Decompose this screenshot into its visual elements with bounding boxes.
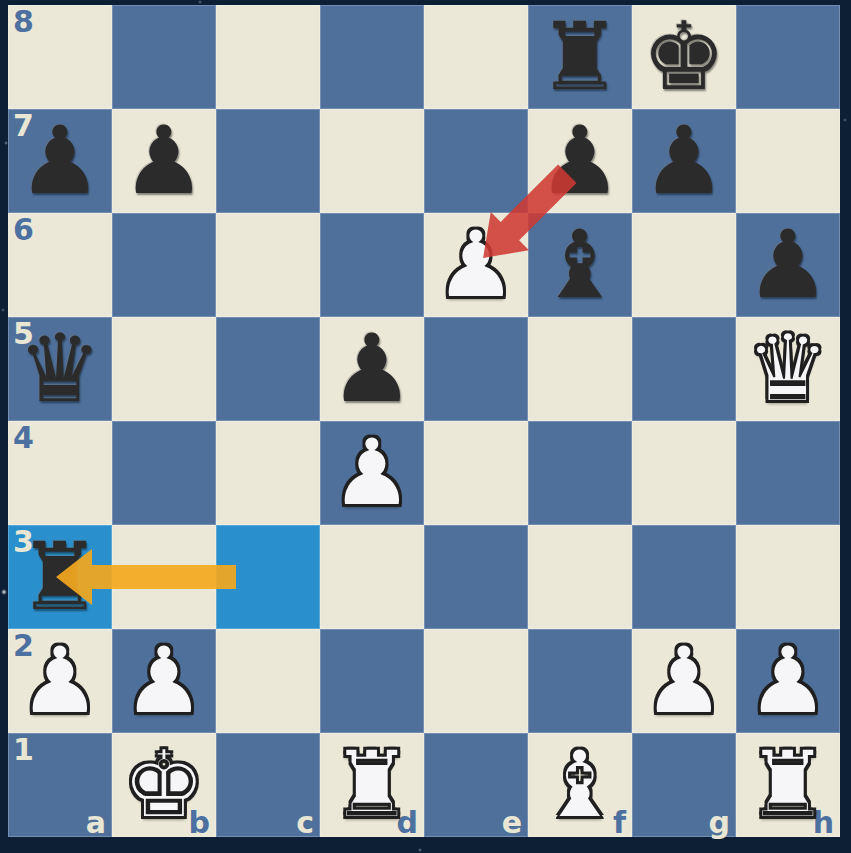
piece-black-pawn-h6[interactable]: ♟ [736,213,840,317]
square-a3[interactable]: 3♜ [8,525,112,629]
square-a7[interactable]: 7♟ [8,109,112,213]
square-e4[interactable] [424,421,528,525]
piece-white-pawn-h2[interactable]: ♟ [736,629,840,733]
square-d3[interactable] [320,525,424,629]
square-f4[interactable] [528,421,632,525]
square-e3[interactable] [424,525,528,629]
square-c3[interactable] [216,525,320,629]
square-g6[interactable] [632,213,736,317]
square-e1[interactable]: e [424,733,528,837]
square-a4[interactable]: 4 [8,421,112,525]
square-b8[interactable] [112,5,216,109]
square-c2[interactable] [216,629,320,733]
rank-label-1: 1 [13,733,34,768]
square-h8[interactable] [736,5,840,109]
square-e7[interactable] [424,109,528,213]
square-g3[interactable] [632,525,736,629]
piece-black-pawn-g7[interactable]: ♟ [632,109,736,213]
square-f3[interactable] [528,525,632,629]
square-c1[interactable]: c [216,733,320,837]
square-c8[interactable] [216,5,320,109]
square-e5[interactable] [424,317,528,421]
piece-black-rook-f8[interactable]: ♜ [528,5,632,109]
square-b7[interactable]: ♟ [112,109,216,213]
square-h6[interactable]: ♟ [736,213,840,317]
piece-black-pawn-d5[interactable]: ♟ [320,317,424,421]
square-h4[interactable] [736,421,840,525]
square-e6[interactable]: ♟ [424,213,528,317]
square-d7[interactable] [320,109,424,213]
square-b5[interactable] [112,317,216,421]
square-e2[interactable] [424,629,528,733]
square-h3[interactable] [736,525,840,629]
square-f7[interactable]: ♟ [528,109,632,213]
square-d8[interactable] [320,5,424,109]
piece-white-rook-d1[interactable]: ♜ [320,733,424,837]
chess-board: 8♜♚7♟♟♟♟6♟♝♟5♛♟♛4♟3♜2♟♟♟♟1ab♚cd♜ef♝gh♜ [8,5,840,837]
square-b3[interactable] [112,525,216,629]
piece-black-queen-a5[interactable]: ♛ [8,317,112,421]
square-a8[interactable]: 8 [8,5,112,109]
piece-black-pawn-b7[interactable]: ♟ [112,109,216,213]
square-h7[interactable] [736,109,840,213]
file-label-a: a [86,806,106,841]
square-b2[interactable]: ♟ [112,629,216,733]
rank-label-6: 6 [13,213,34,248]
square-c7[interactable] [216,109,320,213]
square-h2[interactable]: ♟ [736,629,840,733]
square-c6[interactable] [216,213,320,317]
piece-white-queen-h5[interactable]: ♛ [736,317,840,421]
square-g8[interactable]: ♚ [632,5,736,109]
file-label-g: g [709,806,730,841]
piece-white-pawn-d4[interactable]: ♟ [320,421,424,525]
app-background: { "game": "chess", "position": { "fen": … [0,0,851,853]
square-f6[interactable]: ♝ [528,213,632,317]
square-d5[interactable]: ♟ [320,317,424,421]
piece-white-bishop-f1[interactable]: ♝ [528,733,632,837]
square-c5[interactable] [216,317,320,421]
piece-white-pawn-b2[interactable]: ♟ [112,629,216,733]
piece-white-pawn-e6[interactable]: ♟ [424,213,528,317]
square-d4[interactable]: ♟ [320,421,424,525]
file-label-e: e [502,806,522,841]
square-b6[interactable] [112,213,216,317]
square-g2[interactable]: ♟ [632,629,736,733]
file-label-c: c [296,806,314,841]
piece-white-rook-h1[interactable]: ♜ [736,733,840,837]
square-d6[interactable] [320,213,424,317]
square-g4[interactable] [632,421,736,525]
piece-black-king-g8[interactable]: ♚ [632,5,736,109]
square-g1[interactable]: g [632,733,736,837]
square-f1[interactable]: f♝ [528,733,632,837]
square-c4[interactable] [216,421,320,525]
square-h1[interactable]: h♜ [736,733,840,837]
piece-black-pawn-f7[interactable]: ♟ [528,109,632,213]
square-d2[interactable] [320,629,424,733]
square-e8[interactable] [424,5,528,109]
square-f8[interactable]: ♜ [528,5,632,109]
square-a1[interactable]: 1a [8,733,112,837]
piece-black-bishop-f6[interactable]: ♝ [528,213,632,317]
piece-black-pawn-a7[interactable]: ♟ [8,109,112,213]
square-a6[interactable]: 6 [8,213,112,317]
square-h5[interactable]: ♛ [736,317,840,421]
square-a5[interactable]: 5♛ [8,317,112,421]
square-g7[interactable]: ♟ [632,109,736,213]
square-b4[interactable] [112,421,216,525]
square-b1[interactable]: b♚ [112,733,216,837]
rank-label-4: 4 [13,421,34,456]
square-d1[interactable]: d♜ [320,733,424,837]
piece-white-pawn-g2[interactable]: ♟ [632,629,736,733]
square-f5[interactable] [528,317,632,421]
square-a2[interactable]: 2♟ [8,629,112,733]
piece-black-rook-a3[interactable]: ♜ [8,525,112,629]
square-f2[interactable] [528,629,632,733]
piece-white-king-b1[interactable]: ♚ [112,733,216,837]
square-g5[interactable] [632,317,736,421]
piece-white-pawn-a2[interactable]: ♟ [8,629,112,733]
rank-label-8: 8 [13,5,34,40]
